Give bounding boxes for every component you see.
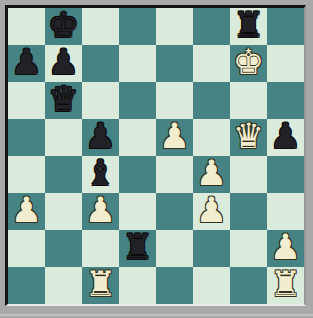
- square-g2[interactable]: [230, 230, 267, 267]
- square-g6[interactable]: [230, 82, 267, 119]
- square-h7[interactable]: [267, 45, 304, 82]
- square-g4[interactable]: [230, 156, 267, 193]
- square-f7[interactable]: [193, 45, 230, 82]
- square-f2[interactable]: [193, 230, 230, 267]
- square-h3[interactable]: [267, 193, 304, 230]
- square-f8[interactable]: [193, 8, 230, 45]
- square-d2[interactable]: ♜: [119, 230, 156, 267]
- square-d1[interactable]: [119, 267, 156, 304]
- square-d5[interactable]: [119, 119, 156, 156]
- square-a5[interactable]: [8, 119, 45, 156]
- square-g3[interactable]: [230, 193, 267, 230]
- square-e3[interactable]: [156, 193, 193, 230]
- square-e4[interactable]: [156, 156, 193, 193]
- white-pawn-e5[interactable]: ♟: [159, 118, 190, 155]
- white-pawn-c3[interactable]: ♟: [85, 192, 116, 229]
- square-c5[interactable]: ♟: [82, 119, 119, 156]
- square-a7[interactable]: ♟: [8, 45, 45, 82]
- square-g1[interactable]: [230, 267, 267, 304]
- black-pawn-a7[interactable]: ♟: [11, 44, 42, 81]
- black-pawn-h5[interactable]: ♟: [270, 118, 301, 155]
- black-bishop-c4[interactable]: ♝: [85, 155, 116, 192]
- square-a2[interactable]: [8, 230, 45, 267]
- white-rook-c1[interactable]: ♜: [85, 266, 116, 303]
- square-g5[interactable]: ♛: [230, 119, 267, 156]
- black-queen-b6[interactable]: ♛: [48, 81, 79, 118]
- black-king-b8[interactable]: ♚: [48, 7, 79, 44]
- square-b2[interactable]: [45, 230, 82, 267]
- square-a6[interactable]: [8, 82, 45, 119]
- square-a8[interactable]: [8, 8, 45, 45]
- square-e2[interactable]: [156, 230, 193, 267]
- white-king-g7[interactable]: ♚: [233, 44, 264, 81]
- square-c4[interactable]: ♝: [82, 156, 119, 193]
- white-queen-g5[interactable]: ♛: [233, 118, 264, 155]
- white-pawn-f4[interactable]: ♟: [196, 155, 227, 192]
- square-h5[interactable]: ♟: [267, 119, 304, 156]
- square-b6[interactable]: ♛: [45, 82, 82, 119]
- chess-board: ♚♜♟♟♚♛♟♟♛♟♝♟♟♟♟♜♟♜♜: [8, 8, 304, 304]
- square-e6[interactable]: [156, 82, 193, 119]
- square-h8[interactable]: [267, 8, 304, 45]
- square-h6[interactable]: [267, 82, 304, 119]
- square-h1[interactable]: ♜: [267, 267, 304, 304]
- square-d8[interactable]: [119, 8, 156, 45]
- square-d6[interactable]: [119, 82, 156, 119]
- white-pawn-f3[interactable]: ♟: [196, 192, 227, 229]
- square-c8[interactable]: [82, 8, 119, 45]
- square-f6[interactable]: [193, 82, 230, 119]
- black-rook-g8[interactable]: ♜: [233, 7, 264, 44]
- black-pawn-c5[interactable]: ♟: [85, 118, 116, 155]
- square-a1[interactable]: [8, 267, 45, 304]
- square-c2[interactable]: [82, 230, 119, 267]
- white-pawn-h2[interactable]: ♟: [270, 229, 301, 266]
- square-f5[interactable]: [193, 119, 230, 156]
- square-d4[interactable]: [119, 156, 156, 193]
- square-b7[interactable]: ♟: [45, 45, 82, 82]
- white-pawn-a3[interactable]: ♟: [11, 192, 42, 229]
- square-f1[interactable]: [193, 267, 230, 304]
- square-h4[interactable]: [267, 156, 304, 193]
- square-h2[interactable]: ♟: [267, 230, 304, 267]
- square-b3[interactable]: [45, 193, 82, 230]
- square-g7[interactable]: ♚: [230, 45, 267, 82]
- square-f4[interactable]: ♟: [193, 156, 230, 193]
- square-c1[interactable]: ♜: [82, 267, 119, 304]
- square-b8[interactable]: ♚: [45, 8, 82, 45]
- square-b4[interactable]: [45, 156, 82, 193]
- window-bottom-bevel: [0, 314, 313, 316]
- square-c7[interactable]: [82, 45, 119, 82]
- square-c3[interactable]: ♟: [82, 193, 119, 230]
- square-b5[interactable]: [45, 119, 82, 156]
- square-a4[interactable]: [8, 156, 45, 193]
- square-b1[interactable]: [45, 267, 82, 304]
- black-rook-d2[interactable]: ♜: [122, 229, 153, 266]
- square-c6[interactable]: [82, 82, 119, 119]
- square-e5[interactable]: ♟: [156, 119, 193, 156]
- square-d7[interactable]: [119, 45, 156, 82]
- black-pawn-b7[interactable]: ♟: [48, 44, 79, 81]
- white-rook-h1[interactable]: ♜: [270, 266, 301, 303]
- square-g8[interactable]: ♜: [230, 8, 267, 45]
- chess-board-frame: ♚♜♟♟♚♛♟♟♛♟♝♟♟♟♟♜♟♜♜: [5, 5, 306, 306]
- square-e1[interactable]: [156, 267, 193, 304]
- square-a3[interactable]: ♟: [8, 193, 45, 230]
- square-f3[interactable]: ♟: [193, 193, 230, 230]
- square-e8[interactable]: [156, 8, 193, 45]
- square-d3[interactable]: [119, 193, 156, 230]
- square-e7[interactable]: [156, 45, 193, 82]
